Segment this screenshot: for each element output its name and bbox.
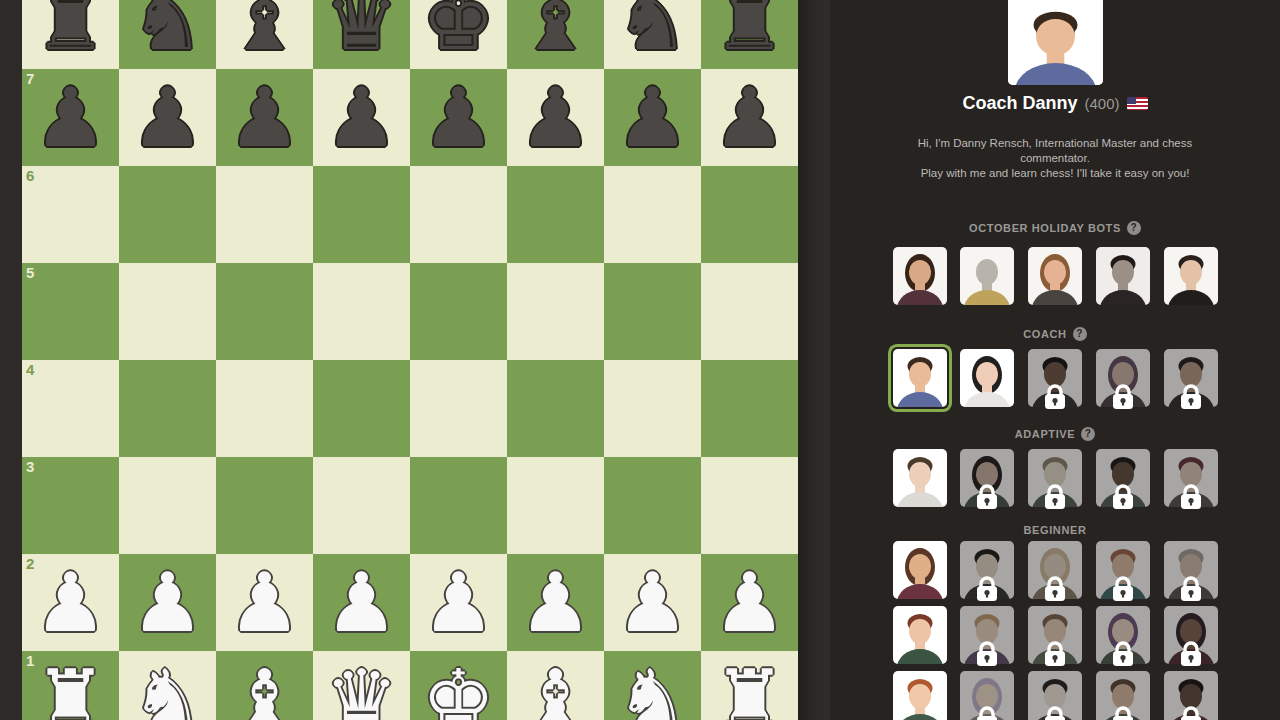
bot-row	[893, 449, 1218, 507]
rank-label-5: 5	[26, 265, 34, 281]
coach-avatar	[1008, 0, 1103, 85]
piece-white-bishop[interactable]: ♝	[507, 651, 604, 720]
section-label: COACH	[1023, 328, 1066, 340]
bot-avatar	[1096, 449, 1150, 507]
piece-black-pawn[interactable]: ♟	[701, 69, 798, 166]
bot-selection-sidebar: Coach Danny (400) Hi, I'm Danny Rensch, …	[830, 0, 1280, 720]
bot-tile[interactable]	[960, 349, 1014, 407]
bot-avatar	[1028, 247, 1082, 305]
square-a8[interactable]: 8♜	[22, 0, 119, 69]
piece-black-pawn[interactable]: ♟	[507, 69, 604, 166]
bot-tile[interactable]	[893, 247, 947, 305]
help-icon[interactable]: ?	[1073, 327, 1087, 341]
square-d8[interactable]: ♛	[313, 0, 410, 69]
piece-white-rook[interactable]: ♜	[701, 651, 798, 720]
bot-avatar	[1028, 606, 1082, 664]
rank-label-6: 6	[26, 168, 34, 184]
bot-avatar	[1096, 541, 1150, 599]
square-h5[interactable]	[701, 263, 798, 360]
square-f6[interactable]	[507, 166, 604, 263]
bot-avatar	[1164, 671, 1218, 720]
square-a7[interactable]: 7♟	[22, 69, 119, 166]
square-e2[interactable]: ♟	[410, 554, 507, 651]
square-a4[interactable]: 4	[22, 360, 119, 457]
section-header-beginner: BEGINNER	[893, 523, 1218, 537]
bot-tile[interactable]	[1028, 247, 1082, 305]
piece-black-rook[interactable]: ♜	[22, 0, 119, 69]
bot-row	[893, 247, 1218, 305]
bot-tile-locked[interactable]	[1028, 606, 1082, 664]
bot-avatar	[1096, 349, 1150, 407]
square-a3[interactable]: 3	[22, 457, 119, 554]
piece-white-pawn[interactable]: ♟	[313, 554, 410, 651]
square-g3[interactable]	[604, 457, 701, 554]
piece-white-knight[interactable]: ♞	[119, 651, 216, 720]
square-h8[interactable]: ♜	[701, 0, 798, 69]
square-f5[interactable]	[507, 263, 604, 360]
square-g4[interactable]	[604, 360, 701, 457]
bot-tile-selected[interactable]	[893, 349, 947, 407]
square-d7[interactable]: ♟	[313, 69, 410, 166]
square-b2[interactable]: ♟	[119, 554, 216, 651]
section-header-coach: COACH?	[893, 327, 1218, 341]
piece-black-pawn[interactable]: ♟	[410, 69, 507, 166]
piece-white-king[interactable]: ♚	[410, 651, 507, 720]
coach-description-line1: Hi, I'm Danny Rensch, International Mast…	[893, 136, 1218, 166]
bot-avatar	[960, 541, 1014, 599]
bot-tile-locked[interactable]	[1096, 349, 1150, 407]
square-f3[interactable]	[507, 457, 604, 554]
square-d3[interactable]	[313, 457, 410, 554]
section-header-october-holiday-bots: OCTOBER HOLIDAY BOTS?	[893, 221, 1218, 235]
bot-tile-locked[interactable]	[960, 541, 1014, 599]
piece-black-king[interactable]: ♚	[410, 0, 507, 69]
square-a2[interactable]: 2♟	[22, 554, 119, 651]
piece-black-pawn[interactable]: ♟	[604, 69, 701, 166]
square-d5[interactable]	[313, 263, 410, 360]
bot-row	[893, 606, 1218, 664]
square-e4[interactable]	[410, 360, 507, 457]
bot-tile-locked[interactable]	[960, 606, 1014, 664]
bot-tile-locked[interactable]	[1164, 606, 1218, 664]
bot-tile-locked[interactable]	[1096, 449, 1150, 507]
square-d2[interactable]: ♟	[313, 554, 410, 651]
coach-rating: (400)	[1085, 95, 1120, 112]
piece-white-knight[interactable]: ♞	[604, 651, 701, 720]
piece-black-bishop[interactable]: ♝	[216, 0, 313, 69]
square-f2[interactable]: ♟	[507, 554, 604, 651]
square-d4[interactable]	[313, 360, 410, 457]
square-h4[interactable]	[701, 360, 798, 457]
bot-avatar	[1028, 449, 1082, 507]
bot-avatar	[960, 349, 1014, 407]
bot-tile-locked[interactable]	[960, 671, 1014, 720]
square-f4[interactable]	[507, 360, 604, 457]
piece-black-bishop[interactable]: ♝	[507, 0, 604, 69]
bot-tile[interactable]	[960, 247, 1014, 305]
help-icon[interactable]: ?	[1081, 427, 1095, 441]
bot-row	[893, 541, 1218, 599]
bot-tile-locked[interactable]	[1028, 541, 1082, 599]
piece-black-pawn[interactable]: ♟	[313, 69, 410, 166]
square-e3[interactable]	[410, 457, 507, 554]
bot-avatar	[1164, 247, 1218, 305]
bot-avatar	[893, 449, 947, 507]
piece-white-pawn[interactable]: ♟	[22, 554, 119, 651]
bot-avatar	[1096, 671, 1150, 720]
piece-black-knight[interactable]: ♞	[119, 0, 216, 69]
piece-white-rook[interactable]: ♜	[22, 651, 119, 720]
bot-avatar	[1028, 349, 1082, 407]
square-e5[interactable]	[410, 263, 507, 360]
piece-white-bishop[interactable]: ♝	[216, 651, 313, 720]
square-c5[interactable]	[216, 263, 313, 360]
square-b3[interactable]	[119, 457, 216, 554]
piece-black-knight[interactable]: ♞	[604, 0, 701, 69]
bot-avatar	[893, 247, 947, 305]
piece-black-rook[interactable]: ♜	[701, 0, 798, 69]
bot-row	[893, 671, 1218, 720]
bot-tile-locked[interactable]	[960, 449, 1014, 507]
bot-tile-locked[interactable]	[1164, 449, 1218, 507]
square-f7[interactable]: ♟	[507, 69, 604, 166]
bot-tile[interactable]	[893, 671, 947, 720]
piece-white-pawn[interactable]: ♟	[507, 554, 604, 651]
bot-tile[interactable]	[1164, 247, 1218, 305]
bot-tile-locked[interactable]	[1096, 671, 1150, 720]
square-b4[interactable]	[119, 360, 216, 457]
bot-tile[interactable]	[1096, 247, 1150, 305]
square-d6[interactable]	[313, 166, 410, 263]
square-d1[interactable]: ♛	[313, 651, 410, 720]
bot-avatar	[893, 541, 947, 599]
bot-avatar	[960, 247, 1014, 305]
bot-avatar	[1028, 671, 1082, 720]
square-g1[interactable]: ♞	[604, 651, 701, 720]
square-e1[interactable]: ♚	[410, 651, 507, 720]
bot-tile-locked[interactable]	[1096, 541, 1150, 599]
square-e7[interactable]: ♟	[410, 69, 507, 166]
bot-row	[893, 349, 1218, 407]
bot-avatar	[1096, 247, 1150, 305]
piece-white-pawn[interactable]: ♟	[410, 554, 507, 651]
square-h3[interactable]	[701, 457, 798, 554]
square-h2[interactable]: ♟	[701, 554, 798, 651]
piece-black-pawn[interactable]: ♟	[119, 69, 216, 166]
square-h1[interactable]: ♜	[701, 651, 798, 720]
bot-avatar	[960, 449, 1014, 507]
piece-white-pawn[interactable]: ♟	[604, 554, 701, 651]
bot-tile-locked[interactable]	[1096, 606, 1150, 664]
bot-tile[interactable]	[893, 606, 947, 664]
bot-avatar	[893, 606, 947, 664]
piece-black-pawn[interactable]: ♟	[22, 69, 119, 166]
bot-avatar	[1096, 606, 1150, 664]
rank-label-3: 3	[26, 459, 34, 475]
square-g8[interactable]: ♞	[604, 0, 701, 69]
bot-tile[interactable]	[893, 541, 947, 599]
piece-white-pawn[interactable]: ♟	[216, 554, 313, 651]
square-g7[interactable]: ♟	[604, 69, 701, 166]
coach-name-row: Coach Danny (400)	[893, 92, 1218, 114]
bot-tile[interactable]	[893, 449, 947, 507]
piece-black-pawn[interactable]: ♟	[216, 69, 313, 166]
help-icon[interactable]: ?	[1127, 221, 1141, 235]
section-label: BEGINNER	[1024, 524, 1087, 536]
bot-avatar	[1164, 349, 1218, 407]
bot-avatar	[1164, 606, 1218, 664]
bot-avatar	[893, 671, 947, 720]
section-label: ADAPTIVE	[1015, 428, 1075, 440]
bot-avatar	[1164, 541, 1218, 599]
us-flag-icon	[1127, 97, 1148, 110]
square-c7[interactable]: ♟	[216, 69, 313, 166]
square-a1[interactable]: 1♜	[22, 651, 119, 720]
square-e8[interactable]: ♚	[410, 0, 507, 69]
square-a5[interactable]: 5	[22, 263, 119, 360]
bot-tile-locked[interactable]	[1164, 349, 1218, 407]
square-c8[interactable]: ♝	[216, 0, 313, 69]
coach-description: Hi, I'm Danny Rensch, International Mast…	[893, 136, 1218, 181]
bot-avatar	[1164, 449, 1218, 507]
square-c2[interactable]: ♟	[216, 554, 313, 651]
square-h7[interactable]: ♟	[701, 69, 798, 166]
square-b6[interactable]	[119, 166, 216, 263]
square-b1[interactable]: ♞	[119, 651, 216, 720]
bot-avatar	[960, 671, 1014, 720]
square-g5[interactable]	[604, 263, 701, 360]
square-g6[interactable]	[604, 166, 701, 263]
piece-white-pawn[interactable]: ♟	[119, 554, 216, 651]
square-b7[interactable]: ♟	[119, 69, 216, 166]
section-label: OCTOBER HOLIDAY BOTS	[969, 222, 1121, 234]
square-c3[interactable]	[216, 457, 313, 554]
square-b8[interactable]: ♞	[119, 0, 216, 69]
bot-tile-locked[interactable]	[1028, 671, 1082, 720]
bot-avatar	[960, 606, 1014, 664]
square-c6[interactable]	[216, 166, 313, 263]
square-e6[interactable]	[410, 166, 507, 263]
bot-tile-locked[interactable]	[1028, 449, 1082, 507]
square-b5[interactable]	[119, 263, 216, 360]
bot-avatar	[893, 349, 947, 407]
coach-description-line2: Play with me and learn chess! I'll take …	[893, 166, 1218, 181]
square-f8[interactable]: ♝	[507, 0, 604, 69]
piece-black-queen[interactable]: ♛	[313, 0, 410, 69]
coach-name: Coach Danny	[962, 93, 1077, 114]
square-g2[interactable]: ♟	[604, 554, 701, 651]
square-h6[interactable]	[701, 166, 798, 263]
square-c1[interactable]: ♝	[216, 651, 313, 720]
chess-board[interactable]: 8♜♞♝♛♚♝♞♜7♟♟♟♟♟♟♟♟65432♟♟♟♟♟♟♟♟1♜♞♝♛♚♝♞♜	[22, 0, 798, 720]
section-header-adaptive: ADAPTIVE?	[893, 427, 1218, 441]
piece-white-pawn[interactable]: ♟	[701, 554, 798, 651]
square-a6[interactable]: 6	[22, 166, 119, 263]
piece-white-queen[interactable]: ♛	[313, 651, 410, 720]
rank-label-4: 4	[26, 362, 34, 378]
bot-avatar	[1028, 541, 1082, 599]
bot-tile-locked[interactable]	[1028, 349, 1082, 407]
square-c4[interactable]	[216, 360, 313, 457]
bot-tile-locked[interactable]	[1164, 671, 1218, 720]
square-f1[interactable]: ♝	[507, 651, 604, 720]
bot-tile-locked[interactable]	[1164, 541, 1218, 599]
